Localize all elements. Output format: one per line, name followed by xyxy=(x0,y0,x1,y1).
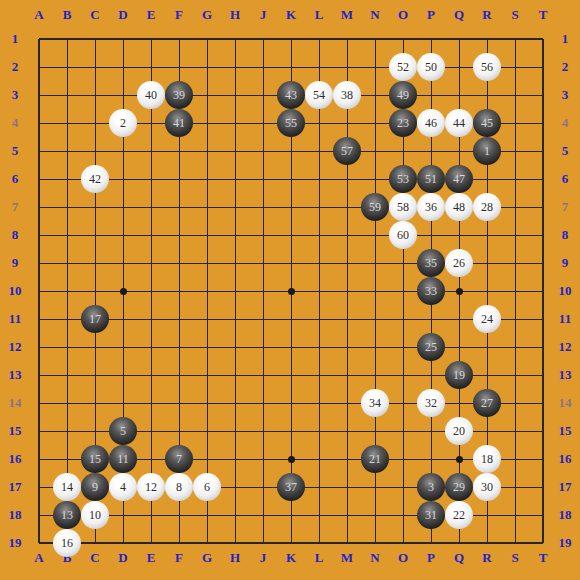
row-label-left-17: 17 xyxy=(9,479,22,495)
row-label-left-16: 16 xyxy=(9,451,22,467)
stone-white-10-C18: 10 xyxy=(81,501,109,529)
stone-black-29-Q17: 29 xyxy=(445,473,473,501)
col-label-top-F: F xyxy=(175,7,183,23)
col-label-top-G: G xyxy=(202,7,212,23)
stone-white-14-B17: 14 xyxy=(53,473,81,501)
stone-black-1-R5: 1 xyxy=(473,137,501,165)
row-label-right-15: 15 xyxy=(559,423,572,439)
stone-white-26-Q9: 26 xyxy=(445,249,473,277)
row-label-right-11: 11 xyxy=(559,311,571,327)
row-label-right-13: 13 xyxy=(559,367,572,383)
stone-black-39-F3: 39 xyxy=(165,81,193,109)
stone-white-16-B19: 16 xyxy=(53,529,81,557)
col-label-top-E: E xyxy=(147,7,156,23)
stone-white-52-O2: 52 xyxy=(389,53,417,81)
row-label-right-8: 8 xyxy=(562,227,569,243)
col-label-top-K: K xyxy=(286,7,296,23)
stone-black-45-R4: 45 xyxy=(473,109,501,137)
col-label-top-D: D xyxy=(118,7,127,23)
stone-black-23-O4: 23 xyxy=(389,109,417,137)
stone-white-28-R7: 28 xyxy=(473,193,501,221)
stone-black-7-F16: 7 xyxy=(165,445,193,473)
star-point xyxy=(456,456,463,463)
row-label-right-17: 17 xyxy=(559,479,572,495)
stone-white-6-G17: 6 xyxy=(193,473,221,501)
row-label-right-12: 12 xyxy=(559,339,572,355)
row-label-left-8: 8 xyxy=(12,227,19,243)
stone-black-11-D16: 11 xyxy=(109,445,137,473)
col-label-top-P: P xyxy=(427,7,435,23)
stone-white-50-P2: 50 xyxy=(417,53,445,81)
row-label-left-18: 18 xyxy=(9,507,22,523)
stone-white-22-Q18: 22 xyxy=(445,501,473,529)
star-point xyxy=(288,288,295,295)
stone-white-54-L3: 54 xyxy=(305,81,333,109)
row-label-left-19: 19 xyxy=(9,535,22,551)
row-label-right-18: 18 xyxy=(559,507,572,523)
stone-white-34-N14: 34 xyxy=(361,389,389,417)
stone-white-46-P4: 46 xyxy=(417,109,445,137)
col-label-top-J: J xyxy=(260,7,267,23)
stone-black-33-P10: 33 xyxy=(417,277,445,305)
stone-black-49-O3: 49 xyxy=(389,81,417,109)
row-label-right-14: 14 xyxy=(559,395,572,411)
star-point xyxy=(120,288,127,295)
stone-black-25-P12: 25 xyxy=(417,333,445,361)
stone-white-4-D17: 4 xyxy=(109,473,137,501)
row-label-left-10: 10 xyxy=(9,283,22,299)
stone-black-53-O6: 53 xyxy=(389,165,417,193)
stone-black-37-K17: 37 xyxy=(277,473,305,501)
row-label-left-13: 13 xyxy=(9,367,22,383)
col-label-top-L: L xyxy=(315,7,324,23)
stone-white-58-O7: 58 xyxy=(389,193,417,221)
col-label-top-B: B xyxy=(63,7,72,23)
stone-black-15-C16: 15 xyxy=(81,445,109,473)
stone-black-57-M5: 57 xyxy=(333,137,361,165)
stone-white-20-Q15: 20 xyxy=(445,417,473,445)
stone-black-43-K3: 43 xyxy=(277,81,305,109)
stone-black-27-R14: 27 xyxy=(473,389,501,417)
star-point xyxy=(288,456,295,463)
stone-black-3-P17: 3 xyxy=(417,473,445,501)
stone-white-12-E17: 12 xyxy=(137,473,165,501)
row-label-right-6: 6 xyxy=(562,171,569,187)
stone-black-59-N7: 59 xyxy=(361,193,389,221)
stone-black-51-P6: 51 xyxy=(417,165,445,193)
col-label-top-T: T xyxy=(539,7,548,23)
stone-black-17-C11: 17 xyxy=(81,305,109,333)
col-label-top-Q: Q xyxy=(454,7,464,23)
row-label-left-1: 1 xyxy=(12,31,19,47)
row-label-right-10: 10 xyxy=(559,283,572,299)
row-label-right-1: 1 xyxy=(562,31,569,47)
row-label-left-3: 3 xyxy=(12,87,19,103)
stone-white-36-P7: 36 xyxy=(417,193,445,221)
col-label-top-S: S xyxy=(511,7,518,23)
stone-black-31-P18: 31 xyxy=(417,501,445,529)
star-point xyxy=(456,288,463,295)
stone-white-40-E3: 40 xyxy=(137,81,165,109)
row-label-left-2: 2 xyxy=(12,59,19,75)
stone-white-2-D4: 2 xyxy=(109,109,137,137)
stone-black-9-C17: 9 xyxy=(81,473,109,501)
row-label-right-2: 2 xyxy=(562,59,569,75)
stone-white-60-O8: 60 xyxy=(389,221,417,249)
row-label-right-16: 16 xyxy=(559,451,572,467)
col-label-top-R: R xyxy=(482,7,491,23)
row-label-left-15: 15 xyxy=(9,423,22,439)
row-label-right-4: 4 xyxy=(562,115,569,131)
row-label-right-7: 7 xyxy=(562,199,569,215)
stone-white-42-C6: 42 xyxy=(81,165,109,193)
col-label-top-N: N xyxy=(370,7,379,23)
row-label-left-11: 11 xyxy=(9,311,21,327)
row-label-right-19: 19 xyxy=(559,535,572,551)
stone-black-19-Q13: 19 xyxy=(445,361,473,389)
go-board[interactable]: 1234567891011121314151617181920212223242… xyxy=(25,25,557,557)
stone-black-41-F4: 41 xyxy=(165,109,193,137)
row-label-right-9: 9 xyxy=(562,255,569,271)
stone-black-55-K4: 55 xyxy=(277,109,305,137)
stone-black-13-B18: 13 xyxy=(53,501,81,529)
row-label-left-5: 5 xyxy=(12,143,19,159)
row-label-left-4: 4 xyxy=(12,115,19,131)
row-label-left-6: 6 xyxy=(12,171,19,187)
stone-white-30-R17: 30 xyxy=(473,473,501,501)
stone-black-5-D15: 5 xyxy=(109,417,137,445)
stone-white-32-P14: 32 xyxy=(417,389,445,417)
row-label-left-14: 14 xyxy=(9,395,22,411)
stone-white-8-F17: 8 xyxy=(165,473,193,501)
stone-black-35-P9: 35 xyxy=(417,249,445,277)
col-label-top-H: H xyxy=(230,7,240,23)
stone-white-24-R11: 24 xyxy=(473,305,501,333)
row-label-right-5: 5 xyxy=(562,143,569,159)
row-label-right-3: 3 xyxy=(562,87,569,103)
col-label-top-A: A xyxy=(34,7,43,23)
stone-black-47-Q6: 47 xyxy=(445,165,473,193)
stone-white-44-Q4: 44 xyxy=(445,109,473,137)
stone-white-38-M3: 38 xyxy=(333,81,361,109)
stone-white-18-R16: 18 xyxy=(473,445,501,473)
stone-black-21-N16: 21 xyxy=(361,445,389,473)
row-label-left-12: 12 xyxy=(9,339,22,355)
stone-white-48-Q7: 48 xyxy=(445,193,473,221)
row-label-left-7: 7 xyxy=(12,199,19,215)
col-label-top-C: C xyxy=(90,7,99,23)
col-label-top-M: M xyxy=(341,7,353,23)
stone-white-56-R2: 56 xyxy=(473,53,501,81)
row-label-left-9: 9 xyxy=(12,255,19,271)
go-kifu-diagram: ABCDEFGHJKLMNOPQRST ABCDEFGHJKLMNOPQRST … xyxy=(0,0,580,580)
col-label-top-O: O xyxy=(398,7,408,23)
